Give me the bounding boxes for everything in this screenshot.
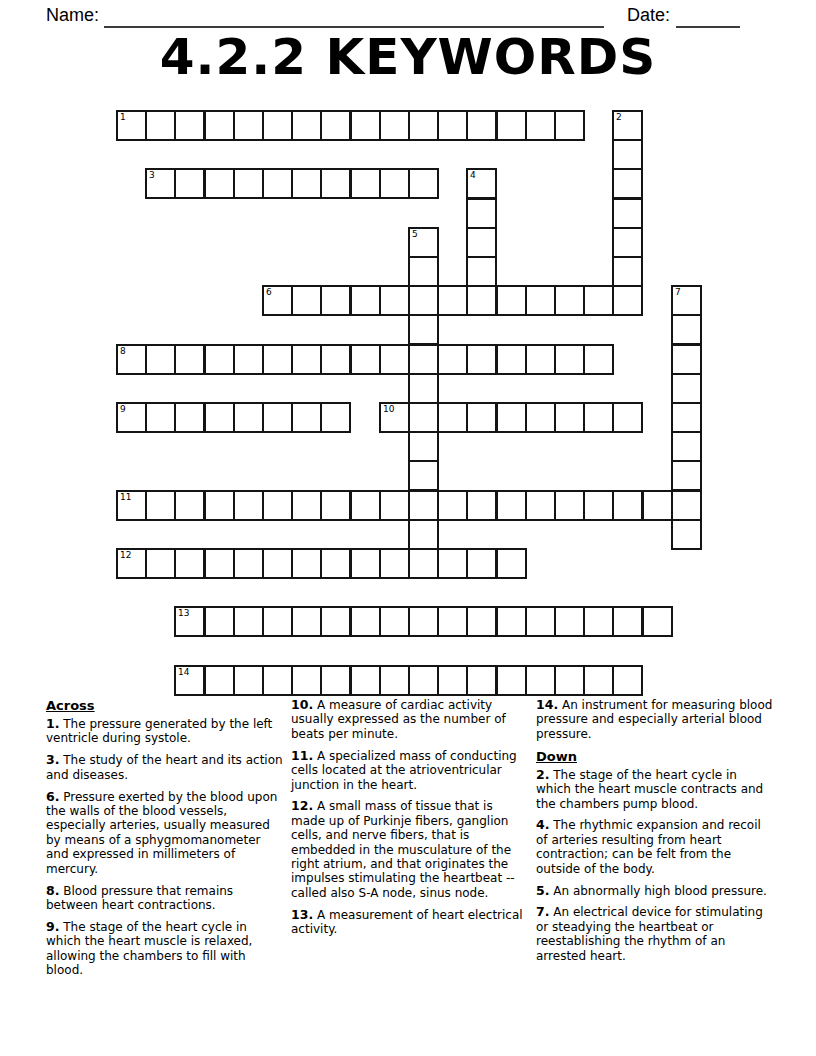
grid-cell-r13c7[interactable]	[320, 490, 351, 521]
grid-cell-r19c9[interactable]	[379, 665, 410, 696]
grid-cell-r10c6[interactable]	[291, 402, 322, 433]
date-label: Date:	[627, 5, 670, 26]
grid-cell-r8c6[interactable]	[291, 344, 322, 375]
grid-cell-r10c2[interactable]	[174, 402, 205, 433]
grid-cell-r2c3[interactable]	[204, 168, 235, 199]
grid-cell-r2c7[interactable]	[320, 168, 351, 199]
grid-cell-r10c17[interactable]	[612, 402, 643, 433]
grid-cell-r2c10[interactable]	[408, 168, 439, 199]
date-field-line[interactable]	[676, 10, 740, 28]
grid-cell-r10c5[interactable]	[262, 402, 293, 433]
grid-cell-r6c16[interactable]	[583, 285, 614, 316]
grid-cell-r17c8[interactable]	[350, 606, 381, 637]
grid-cell-r11c19[interactable]	[671, 431, 702, 462]
grid-cell-r14c19[interactable]	[671, 519, 702, 550]
grid-cell-r0c6[interactable]	[291, 110, 322, 141]
grid-cell-r17c15[interactable]	[554, 606, 585, 637]
grid-cell-r0c11[interactable]	[437, 110, 468, 141]
grid-cell-r4c17[interactable]	[612, 227, 643, 258]
clue-across-6-number: 6.	[46, 789, 59, 804]
clue-number-9: 9	[120, 404, 126, 414]
clue-down-2: 2. The stage of the heart cycle in which…	[536, 768, 773, 811]
grid-cell-r19c3[interactable]	[204, 665, 235, 696]
clue-across-11-text: A specialized mass of conducting cells l…	[291, 749, 517, 792]
clue-across-12-number: 12.	[291, 798, 313, 813]
grid-cell-r19c11[interactable]	[437, 665, 468, 696]
clue-across-10: 10. A measure of cardiac activity usuall…	[291, 698, 528, 741]
grid-cell-r8c2[interactable]	[174, 344, 205, 375]
grid-cell-r0c2[interactable]	[174, 110, 205, 141]
clue-down-5-number: 5.	[536, 883, 549, 898]
clue-across-8: 8. Blood pressure that remains between h…	[46, 884, 283, 913]
grid-cell-r8c5[interactable]	[262, 344, 293, 375]
grid-cell-r0c5[interactable]	[262, 110, 293, 141]
down-clues: 2. The stage of the heart cycle in which…	[536, 768, 773, 963]
grid-cell-r13c18[interactable]	[642, 490, 673, 521]
clue-across-13-number: 13.	[291, 907, 313, 922]
grid-cell-r13c11[interactable]	[437, 490, 468, 521]
clue-across-3-number: 3.	[46, 752, 59, 767]
grid-cell-r12c19[interactable]	[671, 460, 702, 491]
clue-across-9-text: The stage of the heart cycle in which th…	[46, 920, 252, 977]
clue-column-2: 10. A measure of cardiac activity usuall…	[291, 698, 528, 944]
grid-cell-r17c13[interactable]	[496, 606, 527, 637]
clue-across-9-number: 9.	[46, 919, 59, 934]
grid-cell-r0c8[interactable]	[350, 110, 381, 141]
grid-cell-r8c4[interactable]	[233, 344, 264, 375]
clue-across-8-number: 8.	[46, 883, 59, 898]
grid-cell-r13c14[interactable]	[525, 490, 556, 521]
grid-cell-r7c10[interactable]	[408, 314, 439, 345]
grid-cell-r17c6[interactable]	[291, 606, 322, 637]
name-field-line[interactable]	[104, 10, 604, 28]
grid-cell-r8c3[interactable]	[204, 344, 235, 375]
clue-across-6: 6. Pressure exerted by the blood upon th…	[46, 790, 283, 876]
clue-column-1: Across 1. The pressure generated by the …	[46, 698, 283, 985]
grid-cell-r14c10[interactable]	[408, 519, 439, 550]
grid-cell-r8c16[interactable]	[583, 344, 614, 375]
grid-cell-r10c10[interactable]	[408, 402, 439, 433]
grid-cell-r2c9[interactable]	[379, 168, 410, 199]
grid-cell-r2c1[interactable]: 3	[145, 168, 176, 199]
grid-cell-r15c0[interactable]: 12	[116, 548, 147, 579]
clue-down-4-text: The rhythmic expansion and recoil of art…	[536, 818, 761, 875]
grid-cell-r19c5[interactable]	[262, 665, 293, 696]
grid-cell-r19c16[interactable]	[583, 665, 614, 696]
grid-cell-r13c5[interactable]	[262, 490, 293, 521]
clue-across-8-text: Blood pressure that remains between hear…	[46, 884, 233, 912]
grid-cell-r6c5[interactable]: 6	[262, 285, 293, 316]
grid-cell-r0c10[interactable]	[408, 110, 439, 141]
grid-cell-r19c17[interactable]	[612, 665, 643, 696]
grid-cell-r0c7[interactable]	[320, 110, 351, 141]
clue-across-1: 1. The pressure generated by the left ve…	[46, 717, 283, 746]
grid-cell-r6c12[interactable]	[466, 285, 497, 316]
grid-cell-r10c1[interactable]	[145, 402, 176, 433]
grid-cell-r0c15[interactable]	[554, 110, 585, 141]
clue-number-11: 11	[120, 492, 131, 502]
clue-number-12: 12	[120, 550, 131, 560]
clue-across-9: 9. The stage of the heart cycle in which…	[46, 920, 283, 978]
grid-cell-r9c10[interactable]	[408, 373, 439, 404]
clue-number-10: 10	[383, 404, 394, 414]
grid-cell-r2c4[interactable]	[233, 168, 264, 199]
clue-across-10-number: 10.	[291, 697, 313, 712]
grid-cell-r8c0[interactable]: 8	[116, 344, 147, 375]
grid-cell-r15c3[interactable]	[204, 548, 235, 579]
grid-cell-r19c15[interactable]	[554, 665, 585, 696]
grid-cell-r13c0[interactable]: 11	[116, 490, 147, 521]
grid-cell-r10c11[interactable]	[437, 402, 468, 433]
clue-number-7: 7	[675, 287, 681, 297]
grid-cell-r10c16[interactable]	[583, 402, 614, 433]
across-clues-part1: 1. The pressure generated by the left ve…	[46, 717, 283, 978]
worksheet-page: Name: Date: 4.2.2 KEYWORDS 1234567891011…	[0, 0, 816, 1056]
grid-cell-r5c10[interactable]	[408, 256, 439, 287]
grid-cell-r17c17[interactable]	[612, 606, 643, 637]
clue-across-12: 12. A small mass of tissue that is made …	[291, 799, 528, 900]
grid-cell-r13c2[interactable]	[174, 490, 205, 521]
grid-cell-r17c7[interactable]	[320, 606, 351, 637]
grid-cell-r8c12[interactable]	[466, 344, 497, 375]
grid-cell-r19c4[interactable]	[233, 665, 264, 696]
grid-cell-r7c19[interactable]	[671, 314, 702, 345]
grid-cell-r8c14[interactable]	[525, 344, 556, 375]
grid-cell-r0c3[interactable]	[204, 110, 235, 141]
grid-cell-r15c11[interactable]	[437, 548, 468, 579]
clue-number-14: 14	[178, 667, 189, 677]
grid-cell-r6c15[interactable]	[554, 285, 585, 316]
grid-cell-r8c7[interactable]	[320, 344, 351, 375]
grid-cell-r19c7[interactable]	[320, 665, 351, 696]
grid-cell-r0c13[interactable]	[496, 110, 527, 141]
grid-cell-r0c0[interactable]: 1	[116, 110, 147, 141]
clue-across-3-text: The study of the heart and its action an…	[46, 753, 283, 781]
grid-cell-r6c9[interactable]	[379, 285, 410, 316]
grid-cell-r13c6[interactable]	[291, 490, 322, 521]
grid-cell-r17c3[interactable]	[204, 606, 235, 637]
grid-cell-r2c17[interactable]	[612, 168, 643, 199]
clue-down-2-number: 2.	[536, 767, 549, 782]
clue-across-13: 13. A measurement of heart electrical ac…	[291, 908, 528, 937]
page-title: 4.2.2 KEYWORDS	[0, 28, 816, 86]
grid-cell-r8c1[interactable]	[145, 344, 176, 375]
grid-cell-r0c17[interactable]: 2	[612, 110, 643, 141]
grid-cell-r8c9[interactable]	[379, 344, 410, 375]
grid-cell-r8c15[interactable]	[554, 344, 585, 375]
grid-cell-r3c17[interactable]	[612, 198, 643, 229]
clue-number-3: 3	[149, 170, 155, 180]
clue-across-14: 14. An instrument for measuring blood pr…	[536, 698, 773, 741]
grid-cell-r8c13[interactable]	[496, 344, 527, 375]
clue-down-5: 5. An abnormally high blood pressure.	[536, 884, 773, 898]
grid-cell-r15c1[interactable]	[145, 548, 176, 579]
grid-cell-r10c13[interactable]	[496, 402, 527, 433]
grid-cell-r17c2[interactable]: 13	[174, 606, 205, 637]
grid-cell-r6c6[interactable]	[291, 285, 322, 316]
grid-cell-r11c10[interactable]	[408, 431, 439, 462]
across-clues-part2: 10. A measure of cardiac activity usuall…	[291, 698, 528, 937]
grid-cell-r2c6[interactable]	[291, 168, 322, 199]
grid-cell-r15c5[interactable]	[262, 548, 293, 579]
grid-cell-r6c13[interactable]	[496, 285, 527, 316]
grid-cell-r10c7[interactable]	[320, 402, 351, 433]
grid-cell-r2c12[interactable]: 4	[466, 168, 497, 199]
grid-cell-r13c16[interactable]	[583, 490, 614, 521]
clue-number-1: 1	[120, 112, 126, 122]
clue-number-6: 6	[266, 287, 272, 297]
grid-cell-r10c4[interactable]	[233, 402, 264, 433]
grid-cell-r19c8[interactable]	[350, 665, 381, 696]
grid-cell-r13c19[interactable]	[671, 490, 702, 521]
grid-cell-r2c8[interactable]	[350, 168, 381, 199]
grid-cell-r10c19[interactable]	[671, 402, 702, 433]
clue-across-14-text: An instrument for measuring blood pressu…	[536, 698, 772, 741]
clue-down-4-number: 4.	[536, 817, 549, 832]
grid-cell-r17c4[interactable]	[233, 606, 264, 637]
grid-cell-r10c14[interactable]	[525, 402, 556, 433]
grid-cell-r15c10[interactable]	[408, 548, 439, 579]
grid-cell-r15c7[interactable]	[320, 548, 351, 579]
clue-number-8: 8	[120, 346, 126, 356]
clue-across-1-text: The pressure generated by the left ventr…	[46, 717, 272, 745]
grid-cell-r0c4[interactable]	[233, 110, 264, 141]
grid-cell-r17c14[interactable]	[525, 606, 556, 637]
grid-cell-r15c12[interactable]	[466, 548, 497, 579]
crossword-grid: 1234567891011121314	[116, 110, 736, 710]
clue-number-2: 2	[616, 112, 622, 122]
grid-cell-r5c17[interactable]	[612, 256, 643, 287]
grid-cell-r1c17[interactable]	[612, 139, 643, 170]
grid-cell-r2c5[interactable]	[262, 168, 293, 199]
grid-cell-r10c3[interactable]	[204, 402, 235, 433]
grid-cell-r13c17[interactable]	[612, 490, 643, 521]
name-label: Name:	[46, 5, 99, 26]
grid-cell-r10c12[interactable]	[466, 402, 497, 433]
grid-cell-r15c4[interactable]	[233, 548, 264, 579]
clue-number-13: 13	[178, 608, 189, 618]
grid-cell-r10c9[interactable]: 10	[379, 402, 410, 433]
grid-cell-r12c10[interactable]	[408, 460, 439, 491]
grid-cell-r9c19[interactable]	[671, 373, 702, 404]
grid-cell-r3c12[interactable]	[466, 198, 497, 229]
grid-cell-r15c8[interactable]	[350, 548, 381, 579]
grid-cell-r19c10[interactable]	[408, 665, 439, 696]
grid-cell-r19c12[interactable]	[466, 665, 497, 696]
grid-cell-r13c3[interactable]	[204, 490, 235, 521]
clue-down-4: 4. The rhythmic expansion and recoil of …	[536, 818, 773, 876]
grid-cell-r17c16[interactable]	[583, 606, 614, 637]
clue-across-6-text: Pressure exerted by the blood upon the w…	[46, 790, 277, 876]
clue-across-11-number: 11.	[291, 748, 313, 763]
grid-cell-r19c14[interactable]	[525, 665, 556, 696]
grid-cell-r17c5[interactable]	[262, 606, 293, 637]
grid-cell-r6c11[interactable]	[437, 285, 468, 316]
grid-cell-r13c8[interactable]	[350, 490, 381, 521]
grid-cell-r17c12[interactable]	[466, 606, 497, 637]
grid-cell-r13c10[interactable]	[408, 490, 439, 521]
grid-cell-r19c2[interactable]: 14	[174, 665, 205, 696]
grid-cell-r13c13[interactable]	[496, 490, 527, 521]
grid-cell-r5c12[interactable]	[466, 256, 497, 287]
down-heading: Down	[536, 749, 773, 764]
across-clues-part3: 14. An instrument for measuring blood pr…	[536, 698, 773, 741]
grid-cell-r19c13[interactable]	[496, 665, 527, 696]
grid-cell-r15c2[interactable]	[174, 548, 205, 579]
grid-cell-r8c10[interactable]	[408, 344, 439, 375]
clues-section: Across 1. The pressure generated by the …	[46, 698, 774, 985]
clue-down-5-text: An abnormally high blood pressure.	[549, 884, 766, 898]
grid-cell-r2c2[interactable]	[174, 168, 205, 199]
grid-cell-r13c1[interactable]	[145, 490, 176, 521]
clue-number-5: 5	[412, 229, 418, 239]
grid-cell-r17c18[interactable]	[642, 606, 673, 637]
clue-across-11: 11. A specialized mass of conducting cel…	[291, 749, 528, 792]
grid-cell-r6c17[interactable]	[612, 285, 643, 316]
grid-cell-r13c9[interactable]	[379, 490, 410, 521]
grid-cell-r13c4[interactable]	[233, 490, 264, 521]
clue-down-2-text: The stage of the heart cycle in which th…	[536, 768, 763, 811]
clue-column-3: 14. An instrument for measuring blood pr…	[536, 698, 773, 971]
grid-cell-r0c14[interactable]	[525, 110, 556, 141]
clue-across-10-text: A measure of cardiac activity usually ex…	[291, 698, 506, 741]
clue-across-13-text: A measurement of heart electrical activi…	[291, 908, 523, 936]
grid-cell-r15c13[interactable]	[496, 548, 527, 579]
grid-cell-r0c1[interactable]	[145, 110, 176, 141]
clue-across-14-number: 14.	[536, 697, 558, 712]
grid-cell-r8c8[interactable]	[350, 344, 381, 375]
grid-cell-r15c9[interactable]	[379, 548, 410, 579]
across-heading: Across	[46, 698, 283, 713]
clue-across-1-number: 1.	[46, 716, 59, 731]
grid-cell-r10c15[interactable]	[554, 402, 585, 433]
grid-cell-r17c10[interactable]	[408, 606, 439, 637]
grid-cell-r6c19[interactable]: 7	[671, 285, 702, 316]
grid-cell-r6c8[interactable]	[350, 285, 381, 316]
grid-cell-r13c12[interactable]	[466, 490, 497, 521]
clue-across-12-text: A small mass of tissue that is made up o…	[291, 799, 515, 899]
grid-cell-r8c11[interactable]	[437, 344, 468, 375]
grid-cell-r17c9[interactable]	[379, 606, 410, 637]
clue-down-7-text: An electrical device for stimulating or …	[536, 905, 763, 962]
grid-cell-r19c6[interactable]	[291, 665, 322, 696]
grid-cell-r0c9[interactable]	[379, 110, 410, 141]
grid-cell-r17c11[interactable]	[437, 606, 468, 637]
grid-cell-r0c12[interactable]	[466, 110, 497, 141]
clue-across-3: 3. The study of the heart and its action…	[46, 753, 283, 782]
grid-cell-r15c6[interactable]	[291, 548, 322, 579]
grid-cell-r6c10[interactable]	[408, 285, 439, 316]
grid-cell-r6c14[interactable]	[525, 285, 556, 316]
grid-cell-r13c15[interactable]	[554, 490, 585, 521]
grid-cell-r4c12[interactable]	[466, 227, 497, 258]
clue-down-7-number: 7.	[536, 904, 549, 919]
clue-down-7: 7. An electrical device for stimulating …	[536, 905, 773, 963]
grid-cell-r10c0[interactable]: 9	[116, 402, 147, 433]
grid-cell-r8c19[interactable]	[671, 344, 702, 375]
clue-number-4: 4	[470, 170, 476, 180]
grid-cell-r4c10[interactable]: 5	[408, 227, 439, 258]
grid-cell-r6c7[interactable]	[320, 285, 351, 316]
